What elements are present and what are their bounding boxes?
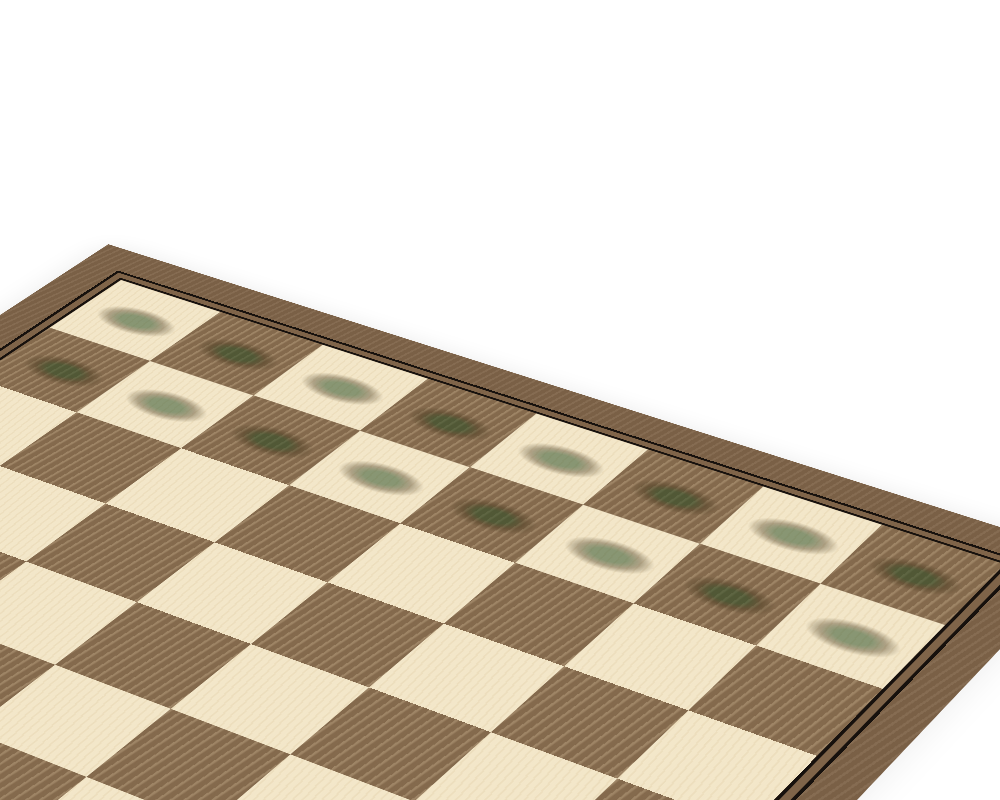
square-e4[interactable] bbox=[137, 542, 328, 644]
square-a2[interactable]: ♟ bbox=[756, 584, 945, 689]
white-pawn-icon: ♟ bbox=[686, 332, 1000, 645]
chessboard: ♜♞♝♚♛♝♞♜♟♟♟♟♟♟♟♟ bbox=[0, 244, 1000, 800]
photo-background: ♜♞♝♚♛♝♞♜♟♟♟♟♟♟♟♟ bbox=[0, 0, 1000, 800]
chessboard-squares: ♜♞♝♚♛♝♞♜♟♟♟♟♟♟♟♟ bbox=[0, 280, 1000, 800]
